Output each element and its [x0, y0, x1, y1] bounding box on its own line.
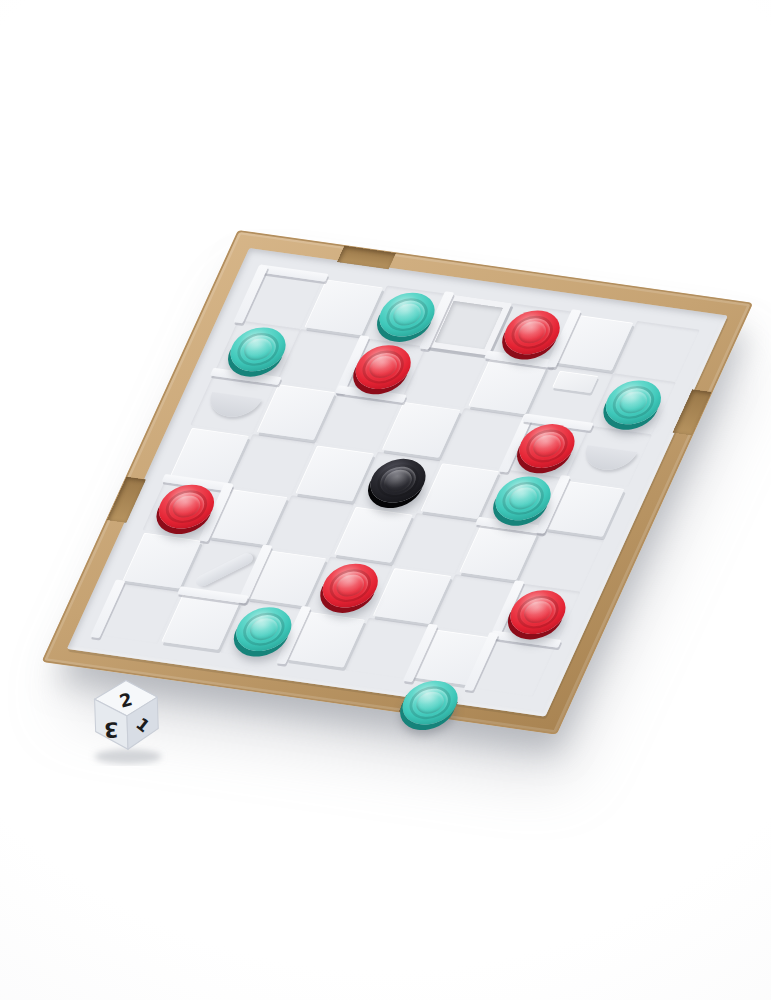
die-front-value: 3 — [104, 717, 119, 741]
wall-segment — [90, 580, 125, 638]
die[interactable]: 2 3 1 — [84, 670, 172, 766]
piece-teal[interactable] — [598, 377, 669, 427]
half-disc-ramp — [578, 445, 637, 473]
wall-segment — [233, 265, 268, 323]
die-shadow — [95, 749, 162, 764]
game-board — [41, 230, 753, 735]
raised-bar — [552, 371, 598, 393]
board-tray — [67, 248, 728, 717]
product-photo-scene: 2 3 1 — [0, 0, 771, 1000]
half-disc-ramp — [203, 392, 262, 420]
board-grid — [95, 268, 700, 697]
